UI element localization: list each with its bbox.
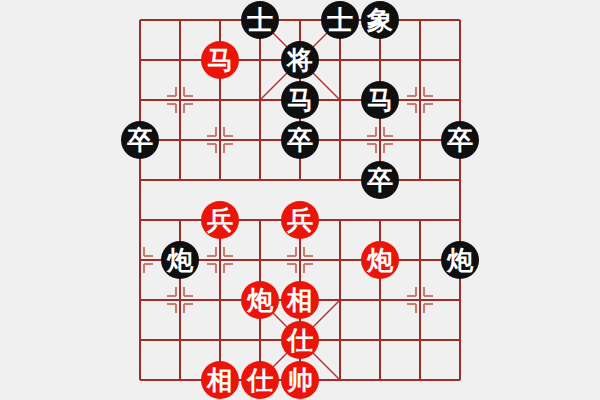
piece-red-advisor[interactable]: 仕 [241, 361, 279, 399]
piece-black-pawn[interactable]: 卒 [281, 121, 319, 159]
piece-red-cannon[interactable]: 炮 [361, 241, 399, 279]
piece-red-cannon[interactable]: 炮 [241, 281, 279, 319]
piece-black-advisor[interactable]: 士 [241, 1, 279, 39]
piece-black-horse[interactable]: 马 [281, 81, 319, 119]
piece-black-horse[interactable]: 马 [361, 81, 399, 119]
piece-red-general[interactable]: 帅 [281, 361, 319, 399]
piece-black-cannon[interactable]: 炮 [161, 241, 199, 279]
piece-red-advisor[interactable]: 仕 [281, 321, 319, 359]
pieces-layer: 士士象马将马马卒卒卒卒兵兵炮炮炮炮相仕相仕帅 [0, 0, 600, 400]
piece-red-pawn[interactable]: 兵 [201, 201, 239, 239]
piece-red-pawn[interactable]: 兵 [281, 201, 319, 239]
piece-red-elephant[interactable]: 相 [281, 281, 319, 319]
xiangqi-board: 士士象马将马马卒卒卒卒兵兵炮炮炮炮相仕相仕帅 [0, 0, 600, 400]
piece-black-general[interactable]: 将 [281, 41, 319, 79]
piece-black-pawn[interactable]: 卒 [121, 121, 159, 159]
piece-black-elephant[interactable]: 象 [361, 1, 399, 39]
piece-black-pawn[interactable]: 卒 [361, 161, 399, 199]
piece-black-pawn[interactable]: 卒 [441, 121, 479, 159]
piece-red-horse[interactable]: 马 [201, 41, 239, 79]
piece-black-advisor[interactable]: 士 [321, 1, 359, 39]
piece-red-elephant[interactable]: 相 [201, 361, 239, 399]
piece-black-cannon[interactable]: 炮 [441, 241, 479, 279]
